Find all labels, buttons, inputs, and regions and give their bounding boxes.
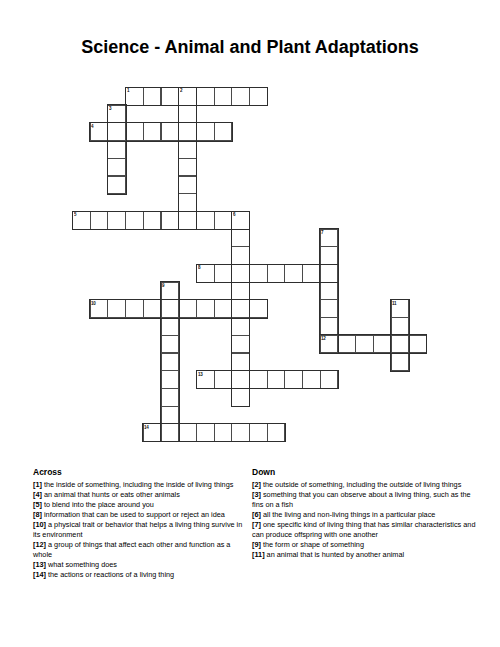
cell-r12c8[interactable] [214,299,233,318]
cell-r13c5[interactable] [161,317,180,336]
clue-number: [5] [33,500,42,509]
cell-r10c13[interactable] [302,264,321,283]
cell-r9c14[interactable] [320,246,339,265]
clue-number: [12] [33,540,46,549]
cell-r16c8[interactable] [214,370,233,389]
cell-r2c2[interactable] [107,122,126,141]
cell-r19c6[interactable] [178,423,197,442]
cell-r11c9[interactable] [231,282,250,301]
cell-r7c4[interactable] [143,211,162,230]
down-clue-list: [2] the outside of something, including … [252,480,476,560]
cell-r9c9[interactable] [231,246,250,265]
clue-down-3: [3] something that you can observe about… [252,490,476,510]
cell-r14c18[interactable] [391,335,410,354]
clue-number: [8] [33,510,42,519]
cell-number-1: 1 [127,88,129,93]
cell-r16c11[interactable] [267,370,286,389]
clue-number: [1] [33,480,42,489]
cell-r13c18[interactable] [391,317,410,336]
across-clues-section: Across [1] the inside of something, incl… [33,467,245,580]
clue-across-8: [8] information that can be used to supp… [33,510,245,520]
cell-r0c10[interactable] [249,87,268,106]
worksheet-page: { "title": "Science - Animal and Plant A… [0,0,500,647]
cell-r16c13[interactable] [302,370,321,389]
cell-r7c5[interactable] [161,211,180,230]
cell-r17c9[interactable] [231,388,250,407]
cell-r12c6[interactable] [178,299,197,318]
cell-number-5: 5 [74,212,76,217]
cell-number-3: 3 [109,106,111,111]
cell-number-13: 13 [198,372,203,377]
clue-down-6: [6] all the living and non-living things… [252,510,476,520]
cell-r16c5[interactable] [161,370,180,389]
cell-r2c8[interactable] [214,122,233,141]
cell-r14c16[interactable] [355,335,374,354]
cell-r13c14[interactable] [320,317,339,336]
cell-r19c5[interactable] [161,423,180,442]
cell-number-9: 9 [162,283,164,288]
cell-r10c9[interactable] [231,264,250,283]
cell-r15c9[interactable] [231,353,250,372]
cell-r0c5[interactable] [161,87,180,106]
cell-r10c12[interactable] [284,264,303,283]
cell-r12c2[interactable] [107,299,126,318]
clue-down-7: [7] one specific kind of living thing th… [252,520,476,540]
cell-r19c8[interactable] [214,423,233,442]
cell-r10c11[interactable] [267,264,286,283]
cell-r4c2[interactable] [107,158,126,177]
cell-number-2: 2 [180,88,182,93]
clue-across-10: [10] a physical trait or behavior that h… [33,520,245,540]
cell-number-11: 11 [392,301,396,306]
cell-number-4: 4 [91,124,93,129]
cell-r7c7[interactable] [196,211,215,230]
cell-r12c4[interactable] [143,299,162,318]
cell-r16c14[interactable] [320,370,339,389]
cell-number-14: 14 [144,425,149,430]
cell-r14c9[interactable] [231,335,250,354]
cell-r14c5[interactable] [161,335,180,354]
cell-r10c8[interactable] [214,264,233,283]
cell-r2c7[interactable] [196,122,215,141]
cell-r12c10[interactable] [249,299,268,318]
cell-r14c17[interactable] [373,335,392,354]
cell-r0c4[interactable] [143,87,162,106]
cell-r16c10[interactable] [249,370,268,389]
cell-r2c3[interactable] [125,122,144,141]
clue-across-13: [13] what something does [33,560,245,570]
cell-r15c5[interactable] [161,353,180,372]
clue-number: [11] [252,550,265,559]
cell-r12c3[interactable] [125,299,144,318]
cell-number-6: 6 [233,212,235,217]
clue-number: [7] [252,520,261,529]
cell-r1c6[interactable] [178,105,197,124]
clue-number: [6] [252,510,261,519]
cell-r7c2[interactable] [107,211,126,230]
down-header: Down [252,467,476,477]
clue-number: [14] [33,570,46,579]
cell-r0c9[interactable] [231,87,250,106]
cell-r12c14[interactable] [320,299,339,318]
clue-across-1: [1] the inside of something, including t… [33,480,245,490]
cell-r7c1[interactable] [90,211,109,230]
cell-r6c6[interactable] [178,193,197,212]
cell-number-8: 8 [198,265,200,270]
clue-number: [10] [33,520,46,529]
cell-r12c5[interactable] [161,299,180,318]
clue-down-2: [2] the outside of something, including … [252,480,476,490]
clue-across-4: [4] an animal that hunts or eats other a… [33,490,245,500]
clue-across-14: [14] the actions or reactions of a livin… [33,570,245,580]
cell-r11c14[interactable] [320,282,339,301]
clue-across-12: [12] a group of things that affect each … [33,540,245,560]
cell-r2c4[interactable] [143,122,162,141]
clue-number: [13] [33,560,46,569]
cell-r2c5[interactable] [161,122,180,141]
cell-r7c8[interactable] [214,211,233,230]
cell-r7c6[interactable] [178,211,197,230]
cell-number-12: 12 [321,336,326,341]
across-clue-list: [1] the inside of something, including t… [33,480,245,580]
clue-down-9: [9] the form or shape of something [252,540,476,550]
cell-r2c6[interactable] [178,122,197,141]
cell-r14c15[interactable] [338,335,357,354]
clue-number: [4] [33,490,42,499]
cell-r0c7[interactable] [196,87,215,106]
cell-r0c8[interactable] [214,87,233,106]
cell-r7c3[interactable] [125,211,144,230]
clue-number: [3] [252,490,261,499]
cell-r8c9[interactable] [231,229,250,248]
cell-r5c6[interactable] [178,176,197,195]
cell-r13c9[interactable] [231,317,250,336]
cell-r19c9[interactable] [231,423,250,442]
cell-r15c18[interactable] [391,353,410,372]
across-header: Across [33,467,245,477]
cell-r16c9[interactable] [231,370,250,389]
cell-r16c12[interactable] [284,370,303,389]
down-clues-section: Down [2] the outside of something, inclu… [252,467,476,560]
clue-number: [9] [252,540,261,549]
clue-across-5: [5] to blend into the place around you [33,500,245,510]
clue-down-11: [11] an animal that is hunted by another… [252,550,476,560]
cell-r19c11[interactable] [267,423,286,442]
cell-r17c5[interactable] [161,388,180,407]
cell-r12c7[interactable] [196,299,215,318]
cell-r3c2[interactable] [107,140,126,159]
cell-r14c19[interactable] [408,335,427,354]
cell-r19c10[interactable] [249,423,268,442]
cell-r4c6[interactable] [178,158,197,177]
cell-number-10: 10 [91,301,96,306]
clue-number: [2] [252,480,261,489]
cell-r12c9[interactable] [231,299,250,318]
cell-r10c14[interactable] [320,264,339,283]
cell-r10c10[interactable] [249,264,268,283]
cell-r5c2[interactable] [107,176,126,195]
cell-r3c6[interactable] [178,140,197,159]
cell-r18c5[interactable] [161,406,180,425]
cell-r19c7[interactable] [196,423,215,442]
